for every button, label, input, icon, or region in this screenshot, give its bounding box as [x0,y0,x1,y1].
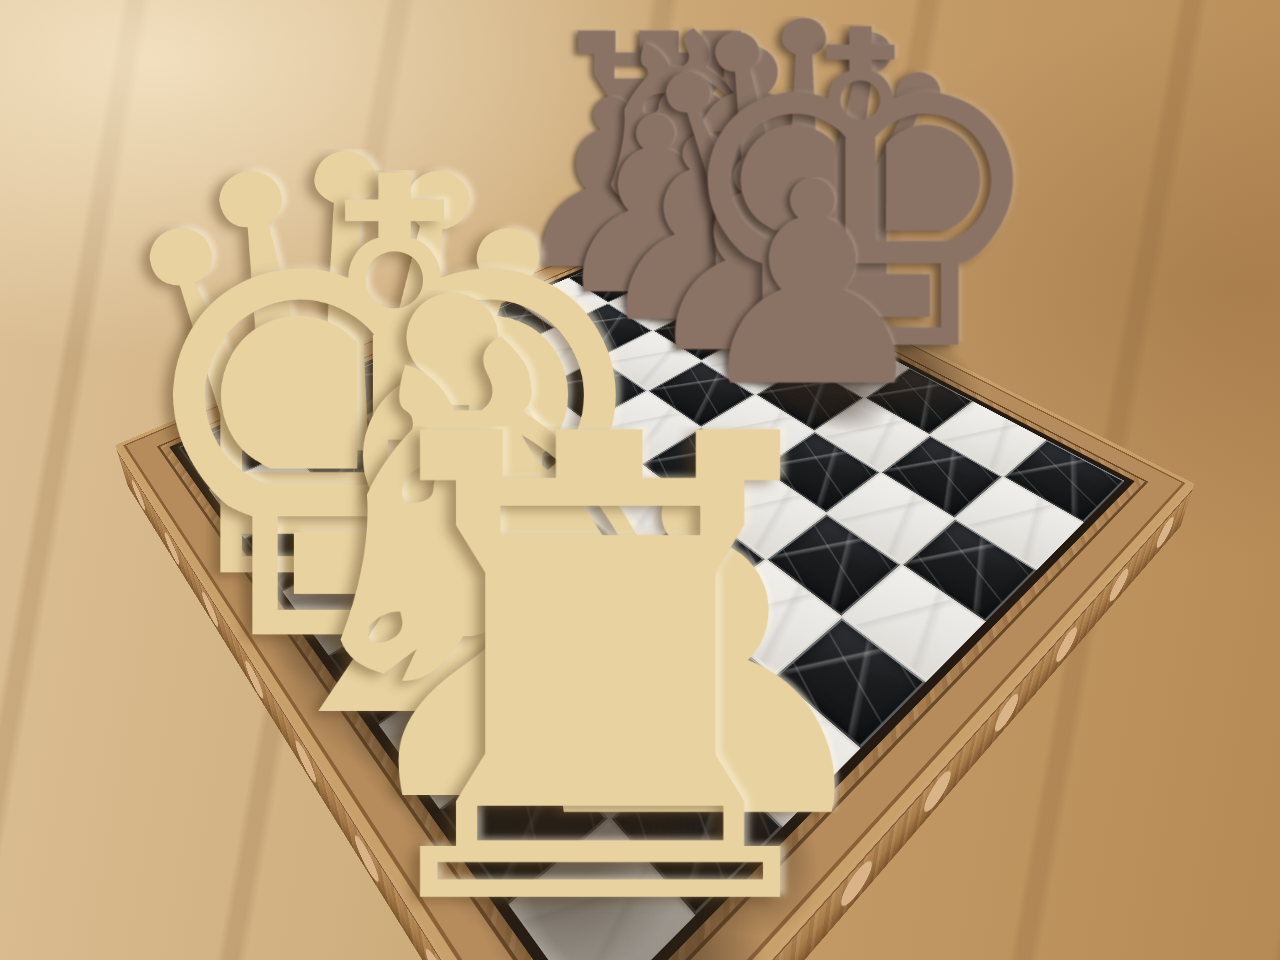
chess-board-3d: ♛♚♝♞♜♟♜♞♝♛♚♟♟♟♟♟ [115,216,1194,960]
chess-scene: ♛♚♝♞♜♟♜♞♝♛♚♟♟♟♟♟ [0,0,1280,960]
